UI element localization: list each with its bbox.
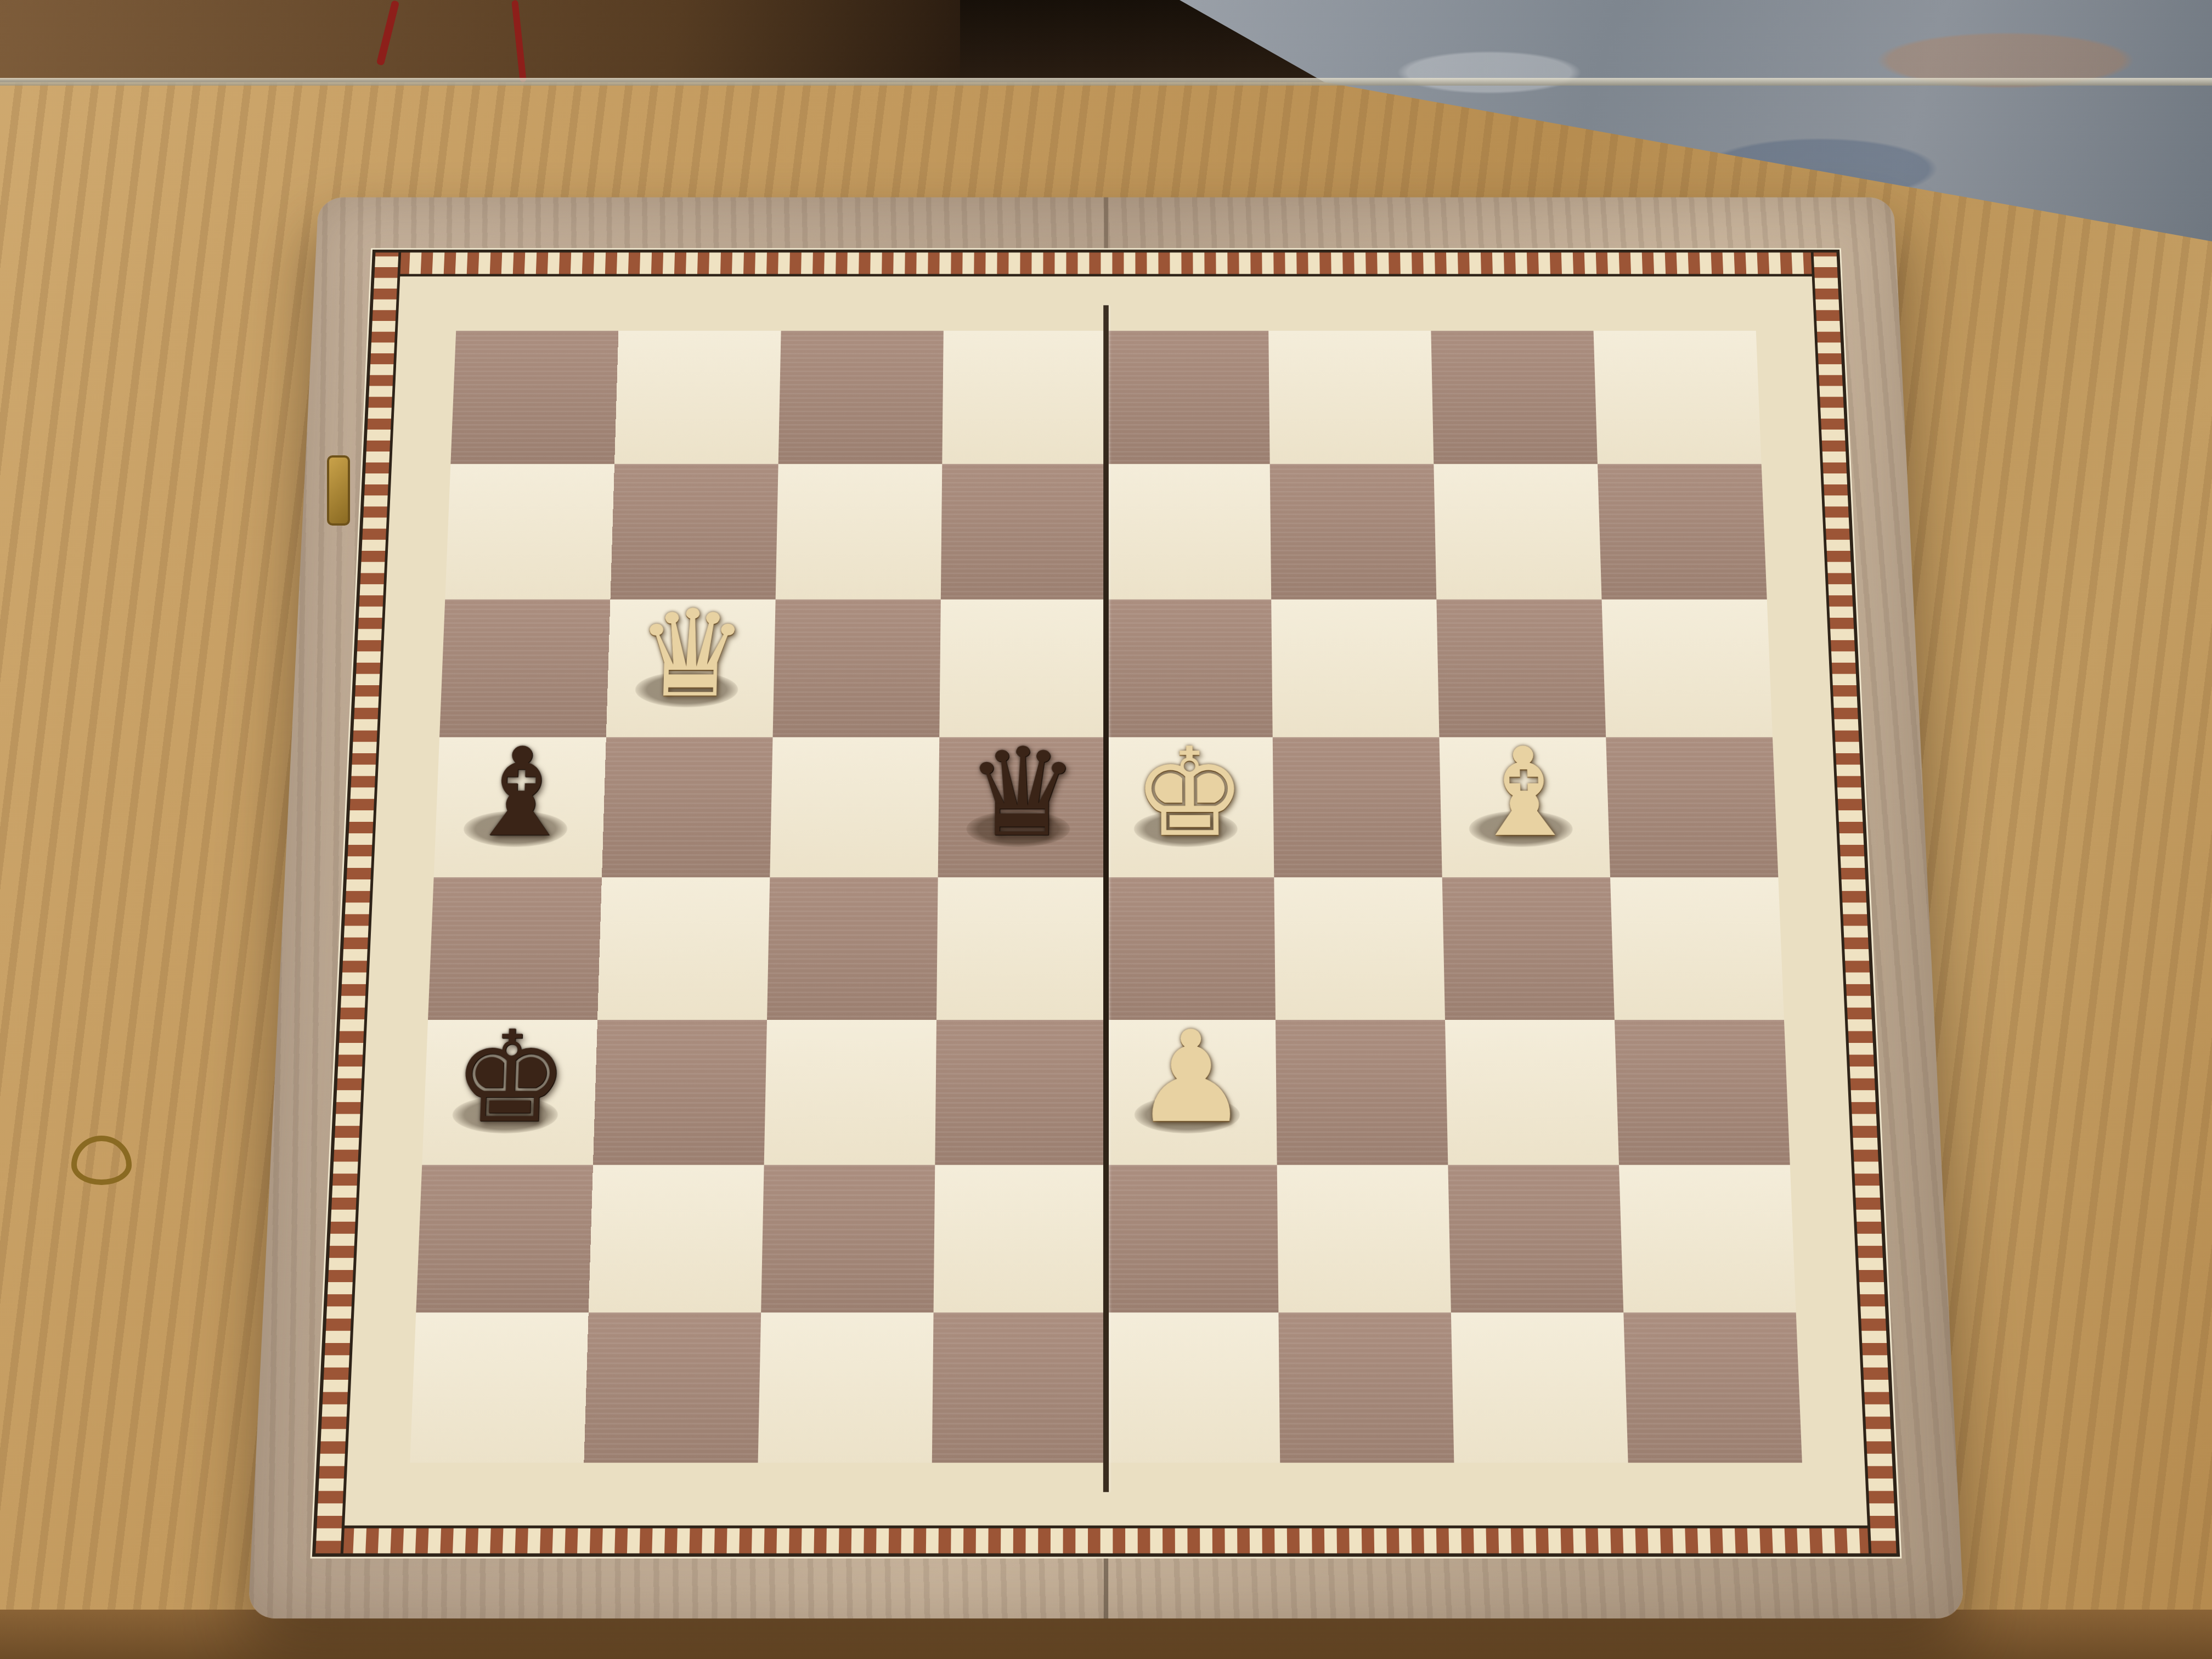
square-h5[interactable]: [1606, 737, 1778, 877]
square-f6[interactable]: [1271, 600, 1439, 737]
square-g5[interactable]: ♝: [1439, 737, 1610, 877]
black-king[interactable]: ♚: [450, 1014, 571, 1141]
square-g6[interactable]: [1436, 600, 1606, 737]
square-g4[interactable]: [1442, 877, 1615, 1020]
square-a8[interactable]: [450, 331, 618, 464]
square-e1[interactable]: [1106, 1312, 1280, 1463]
square-d2[interactable]: [934, 1165, 1106, 1312]
brass-clasp: [327, 455, 350, 526]
chess-board: ♛♝♛♚♝♚♟: [410, 331, 1802, 1463]
square-b6[interactable]: ♛: [606, 600, 776, 737]
square-f5[interactable]: [1273, 737, 1442, 877]
black-queen[interactable]: ♛: [965, 731, 1080, 854]
square-h2[interactable]: [1619, 1165, 1796, 1312]
square-a2[interactable]: [416, 1165, 593, 1312]
square-b7[interactable]: [610, 464, 778, 600]
square-h3[interactable]: [1615, 1020, 1790, 1165]
glass-table-edge: [0, 78, 2212, 86]
white-pawn[interactable]: ♟: [1133, 1014, 1250, 1141]
square-f3[interactable]: [1276, 1020, 1448, 1165]
square-g8[interactable]: [1431, 331, 1598, 464]
square-c1[interactable]: [758, 1312, 934, 1463]
white-bishop[interactable]: ♝: [1466, 731, 1583, 854]
square-a4[interactable]: [428, 877, 602, 1020]
white-queen[interactable]: ♛: [633, 594, 749, 714]
white-king[interactable]: ♚: [1132, 731, 1247, 854]
square-f8[interactable]: [1268, 331, 1434, 464]
floor-patch: [0, 0, 960, 80]
border-mosaic-left: [315, 252, 401, 1553]
square-c7[interactable]: [776, 464, 943, 600]
square-a1[interactable]: [410, 1312, 589, 1463]
square-e8[interactable]: [1106, 331, 1270, 464]
chess-board-frame: ♛♝♛♚♝♚♟: [248, 198, 1965, 1619]
square-d4[interactable]: [936, 877, 1106, 1020]
square-a5[interactable]: ♝: [434, 737, 606, 877]
square-a6[interactable]: [439, 600, 610, 737]
border-mosaic-top: [374, 252, 1837, 276]
square-e7[interactable]: [1106, 464, 1271, 600]
square-b2[interactable]: [589, 1165, 764, 1312]
square-f1[interactable]: [1278, 1312, 1454, 1463]
square-b1[interactable]: [584, 1312, 761, 1463]
border-mosaic-bottom: [315, 1526, 1896, 1554]
square-d5[interactable]: ♛: [938, 737, 1106, 877]
square-d6[interactable]: [939, 600, 1106, 737]
board-fold-gap: [1103, 305, 1109, 1492]
square-f4[interactable]: [1274, 877, 1445, 1020]
black-bishop[interactable]: ♝: [461, 731, 580, 854]
square-h7[interactable]: [1598, 464, 1767, 600]
square-e6[interactable]: [1106, 600, 1273, 737]
border-mosaic-right: [1811, 252, 1897, 1553]
square-g3[interactable]: [1445, 1020, 1619, 1165]
square-e4[interactable]: [1106, 877, 1276, 1020]
square-d7[interactable]: [941, 464, 1106, 600]
square-c2[interactable]: [761, 1165, 935, 1312]
square-c5[interactable]: [770, 737, 939, 877]
decorative-border-band: ♛♝♛♚♝♚♟: [312, 250, 1900, 1557]
square-g2[interactable]: [1448, 1165, 1623, 1312]
square-b8[interactable]: [614, 331, 781, 464]
square-d1[interactable]: [932, 1312, 1106, 1463]
square-d8[interactable]: [942, 331, 1106, 464]
square-e3[interactable]: ♟: [1106, 1020, 1277, 1165]
square-a7[interactable]: [445, 464, 614, 600]
square-b5[interactable]: [602, 737, 773, 877]
square-h4[interactable]: [1610, 877, 1784, 1020]
square-a3[interactable]: ♚: [422, 1020, 597, 1165]
square-c8[interactable]: [778, 331, 944, 464]
square-f2[interactable]: [1277, 1165, 1451, 1312]
square-h8[interactable]: [1594, 331, 1762, 464]
square-f7[interactable]: [1270, 464, 1437, 600]
square-b3[interactable]: [593, 1020, 767, 1165]
square-d3[interactable]: [935, 1020, 1106, 1165]
square-c3[interactable]: [764, 1020, 936, 1165]
square-g1[interactable]: [1451, 1312, 1628, 1463]
square-g7[interactable]: [1434, 464, 1601, 600]
square-e2[interactable]: [1106, 1165, 1278, 1312]
square-h1[interactable]: [1623, 1312, 1802, 1463]
square-c4[interactable]: [767, 877, 938, 1020]
square-h6[interactable]: [1602, 600, 1773, 737]
square-c6[interactable]: [773, 600, 941, 737]
square-b4[interactable]: [597, 877, 770, 1020]
square-e5[interactable]: ♚: [1106, 737, 1274, 877]
